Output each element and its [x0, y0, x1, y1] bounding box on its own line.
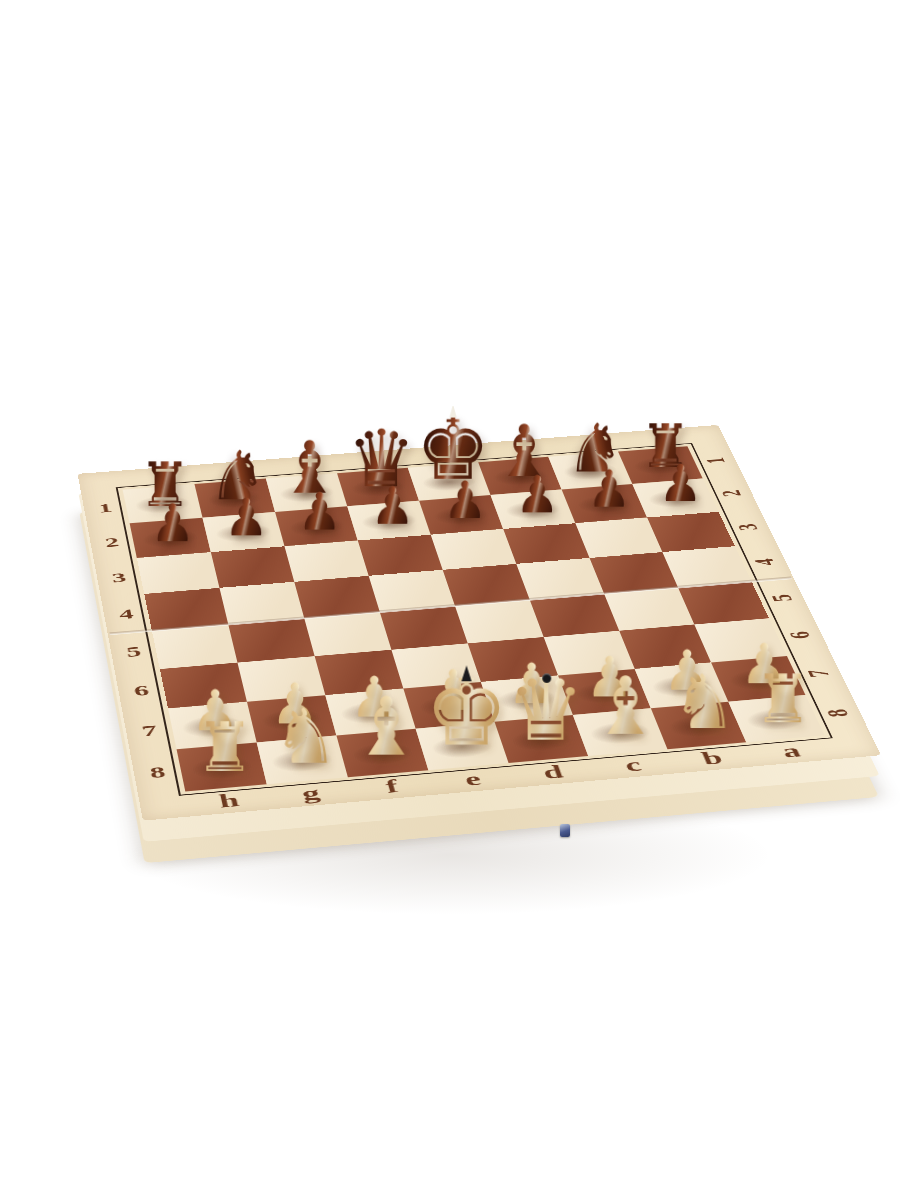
piece-dark-pawn-h2: ♟: [117, 498, 228, 550]
pawn-glyph: ♟: [150, 498, 195, 550]
square-c3: [503, 523, 589, 564]
pawn-glyph: ♟: [443, 475, 487, 527]
pawn-glyph: ♟: [224, 492, 269, 544]
square-g4: [219, 582, 304, 625]
square-e3: [358, 535, 443, 576]
square-b4: [590, 552, 679, 594]
square-h8: ♜: [177, 742, 267, 791]
square-a5: [678, 581, 769, 624]
square-e5: [380, 606, 468, 650]
square-a4: [662, 546, 751, 587]
square-f3: [285, 540, 369, 581]
scene: ♜♞♝♛♚♝♞♜♟♟♟♟♟♟♟♟♟♟♟♟♟♟♟♟♜♞♝♚♛♝♞♜ 1122334…: [15, 145, 895, 1105]
square-g3: [211, 546, 294, 587]
rank-label-left-3: 3: [98, 558, 141, 597]
black-spike-finial: [461, 665, 471, 681]
square-f5: [304, 612, 391, 656]
pawn-glyph: ♟: [370, 480, 415, 532]
rank-label-left-4: 4: [105, 594, 148, 634]
pawn-glyph: ♟: [587, 464, 631, 515]
square-d3: [431, 529, 517, 570]
piece-anchor-h8: ♜: [177, 742, 267, 791]
rook-glyph: ♜: [195, 713, 254, 781]
rank-label-left-5: 5: [112, 631, 156, 672]
square-h5: [152, 624, 238, 668]
piece-anchor-h2: ♟: [130, 517, 211, 557]
square-h3: [137, 552, 220, 594]
square-h2: ♟: [130, 517, 211, 557]
playing-area: ♜♞♝♛♚♝♞♜♟♟♟♟♟♟♟♟♟♟♟♟♟♟♟♟♜♞♝♚♛♝♞♜: [123, 446, 825, 791]
pawn-glyph: ♟: [297, 486, 342, 538]
square-g5: [228, 618, 314, 662]
piece-light-rook-h8: ♜: [163, 713, 286, 781]
pawn-glyph: ♟: [659, 458, 703, 509]
chess-board-box: ♜♞♝♛♚♝♞♜♟♟♟♟♟♟♟♟♟♟♟♟♟♟♟♟♜♞♝♚♛♝♞♜ 1122334…: [78, 425, 882, 821]
pale-spike-finial: [449, 404, 456, 417]
metal-latch: [560, 824, 570, 837]
black-pin-finial: [542, 673, 551, 682]
board-surface: ♜♞♝♛♚♝♞♜♟♟♟♟♟♟♟♟♟♟♟♟♟♟♟♟♜♞♝♚♛♝♞♜ 1122334…: [78, 425, 882, 821]
square-d5: [455, 600, 544, 644]
pawn-glyph: ♟: [515, 469, 559, 520]
